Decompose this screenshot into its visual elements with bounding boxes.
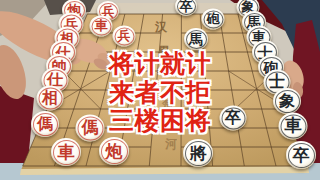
black-piece-glyph: 卒 (180, 0, 193, 12)
caption-overlay: 将计就计 来者不拒 三楼困将 (95, 49, 225, 135)
thumbnail-frame: 汉 界 楚 河 炮兵相仕帥仕相傌車兵車兵傌炮卒砲馬象馬車士砲士象車卒卒將 将计就… (0, 0, 320, 180)
black-piece-象: 象 (273, 88, 301, 114)
black-piece-glyph: 卒 (225, 110, 241, 126)
black-piece-glyph: 馬 (189, 32, 203, 46)
black-piece-glyph: 將 (190, 144, 207, 161)
black-piece-卒: 卒 (175, 0, 197, 16)
red-piece-車: 車 (90, 16, 113, 37)
black-piece-馬: 馬 (184, 28, 208, 50)
black-piece-glyph: 象 (279, 93, 295, 109)
red-piece-兵: 兵 (113, 26, 136, 47)
black-piece-glyph: 卒 (293, 146, 310, 163)
red-piece-glyph: 炮 (106, 142, 123, 159)
red-piece-傌: 傌 (31, 111, 59, 137)
black-piece-glyph: 車 (285, 117, 302, 134)
black-piece-砲: 砲 (202, 9, 225, 30)
red-piece-glyph: 兵 (118, 29, 131, 42)
red-piece-車: 車 (51, 138, 81, 166)
black-piece-車: 車 (279, 113, 308, 140)
caption-line-3: 三楼困将 (95, 106, 225, 135)
red-piece-相: 相 (37, 86, 64, 111)
red-piece-glyph: 相 (42, 90, 58, 106)
caption-line-1: 将计就计 (95, 49, 225, 78)
red-piece-glyph: 車 (58, 143, 75, 160)
black-piece-將: 將 (183, 139, 213, 167)
red-piece-炮: 炮 (99, 137, 129, 165)
black-piece-卒: 卒 (286, 141, 316, 169)
caption-line-2: 来者不拒 (95, 78, 225, 107)
black-piece-glyph: 砲 (207, 12, 220, 25)
red-piece-glyph: 車 (95, 19, 108, 32)
black-piece-glyph: 士 (269, 74, 285, 90)
red-piece-glyph: 傌 (37, 116, 53, 132)
